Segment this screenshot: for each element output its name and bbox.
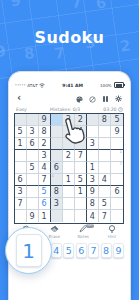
toolbar-hint-label: Hint (108, 234, 116, 239)
numpad-4-button[interactable]: 4 (51, 243, 62, 258)
mistakes-label: Mistakes: 0/3 (50, 107, 80, 112)
numpad-7-button[interactable]: 7 (88, 243, 99, 258)
cell-r6c7[interactable]: 3 (87, 174, 99, 186)
numpad-9-button[interactable]: 9 (113, 243, 124, 258)
cell-r8c3[interactable]: 6 (39, 198, 51, 210)
cell-r9c1[interactable] (15, 210, 27, 222)
toolbar-notes-button[interactable]: NotesOFF (71, 225, 95, 239)
cell-r4c1[interactable] (15, 150, 27, 162)
pencil-note: 1 (120, 151, 122, 154)
cell-r7c9[interactable]: 6 (111, 186, 123, 198)
cell-r2c9[interactable]: 9 (111, 126, 123, 138)
cell-r5c3[interactable]: 4 (39, 162, 51, 174)
cell-r4c3[interactable]: 3 (39, 150, 51, 162)
cell-r5c4[interactable]: 6 (51, 162, 63, 174)
cell-r5c6[interactable] (75, 162, 87, 174)
cell-r8c6[interactable] (75, 198, 87, 210)
toolbar-hint-button[interactable]: Hint (100, 225, 124, 239)
settings-gear-icon[interactable] (115, 96, 122, 103)
pattern-digit: 7 (70, 0, 83, 12)
timer-value: 03:20 (103, 107, 116, 112)
pencil-note: 7 (120, 163, 122, 166)
cell-r5c2[interactable]: 5 (27, 162, 39, 174)
cell-r5c7[interactable]: 1 (87, 162, 99, 174)
cell-r4c8[interactable] (99, 150, 111, 162)
battery-percent: 100% (100, 83, 111, 88)
cell-r3c7[interactable]: 3 (87, 138, 99, 150)
cell-r5c5[interactable] (63, 162, 75, 174)
back-button[interactable]: ‹ (17, 93, 21, 103)
numpad-5-button[interactable]: 5 (63, 243, 74, 258)
cell-r8c9[interactable] (111, 198, 123, 210)
difficulty-label: Easy (16, 107, 27, 112)
cell-r1c3[interactable]: 9 (39, 114, 51, 126)
cell-r6c3[interactable]: 7 (39, 174, 51, 186)
cell-r9c2[interactable]: 9 (27, 210, 39, 222)
cell-r1c7[interactable] (87, 114, 99, 126)
cell-r7c2[interactable] (27, 186, 39, 198)
cell-r5c8[interactable] (99, 162, 111, 174)
cell-r7c5[interactable] (63, 186, 75, 198)
pattern-digit: 6 (94, 0, 107, 13)
toolbar-erase-label: Erase (49, 234, 60, 239)
cell-r9c8[interactable]: 7 (99, 210, 111, 222)
cell-r7c8[interactable] (99, 186, 111, 198)
cell-r2c8[interactable] (99, 126, 111, 138)
cell-r4c2[interactable] (27, 150, 39, 162)
cell-r9c4[interactable] (51, 210, 63, 222)
cell-r8c1[interactable]: 7 (15, 198, 27, 210)
cell-r7c6[interactable]: 1 (75, 186, 87, 198)
cell-r9c3[interactable]: 1 (39, 210, 51, 222)
cell-r1c8[interactable]: 8 (99, 114, 111, 126)
cell-r4c7[interactable] (87, 150, 99, 162)
cell-r8c2[interactable] (27, 198, 39, 210)
cell-r9c5[interactable] (63, 210, 75, 222)
pencil-note: 1 (52, 175, 54, 178)
pattern-digit: 9 (9, 0, 22, 11)
cell-r6c6[interactable]: 5 (75, 174, 87, 186)
cell-r3c9[interactable] (111, 138, 123, 150)
game-info-row: Easy Mistakes: 0/3 03:20 (16, 106, 123, 113)
cell-r8c7[interactable]: 8 (87, 198, 99, 210)
cell-r6c4[interactable]: 1 (51, 174, 63, 186)
palette-icon[interactable] (76, 96, 83, 103)
cell-r6c5[interactable]: 1 (63, 174, 75, 186)
cell-r8c5[interactable] (63, 198, 75, 210)
carrier-label: AT&T (27, 83, 37, 88)
cell-r9c7[interactable]: 4 (87, 210, 99, 222)
cell-r6c1[interactable]: 6 (15, 174, 27, 186)
cell-r5c1[interactable] (15, 162, 27, 174)
cell-r3c2[interactable]: 6 (27, 138, 39, 150)
numpad-6-button[interactable]: 6 (76, 243, 87, 258)
cell-r5c9[interactable]: 7 (111, 162, 123, 174)
cell-r4c6[interactable]: 7 (75, 150, 87, 162)
cell-r4c4[interactable] (51, 150, 63, 162)
cell-r1c2[interactable] (27, 114, 39, 126)
cell-r2c3[interactable]: 8 (39, 126, 51, 138)
cell-r7c7[interactable]: 9 (87, 186, 99, 198)
clock-icon (118, 107, 123, 112)
cell-r7c3[interactable]: 5 (39, 186, 51, 198)
hint-icon (108, 225, 116, 233)
cell-r2c7[interactable] (87, 126, 99, 138)
app-title: Sudoku (0, 28, 139, 47)
clock-time: 9:41 AM (62, 83, 83, 88)
magnifier-digit: 1 (22, 239, 35, 263)
cell-r4c9[interactable]: 1 (111, 150, 123, 162)
numpad-8-button[interactable]: 8 (101, 243, 112, 258)
cell-r9c9[interactable] (111, 210, 123, 222)
toolbar-notes-label: Notes (77, 234, 89, 239)
cell-r8c8[interactable]: 5 (99, 198, 111, 210)
battery-icon (114, 82, 124, 88)
cell-r7c4[interactable]: 8 (51, 186, 63, 198)
signal-dots-icon: ••••• (15, 83, 26, 87)
pause-icon[interactable] (102, 96, 109, 103)
cell-r3c1[interactable]: 1 (15, 138, 27, 150)
cell-r2c2[interactable]: 3 (27, 126, 39, 138)
status-bar: ••••• AT&T 9:41 AM 100% (15, 81, 124, 89)
cell-r2c1[interactable]: 5 (15, 126, 27, 138)
no-ads-icon[interactable] (89, 96, 96, 103)
cell-r9c6[interactable] (75, 210, 87, 222)
numpad-1-zoomed-button[interactable]: 1 (16, 234, 42, 267)
cell-r1c9[interactable]: 5 (111, 114, 123, 126)
cell-r1c1[interactable] (15, 114, 27, 126)
wifi-icon (39, 83, 45, 88)
nav-bar: ‹ (17, 93, 122, 105)
cell-r6c8[interactable]: 4 (99, 174, 111, 186)
magnifier-circle: 1 (5, 227, 52, 274)
cell-r8c4[interactable]: 3 (51, 198, 63, 210)
cell-r6c9[interactable] (111, 174, 123, 186)
cell-r3c8[interactable] (99, 138, 111, 150)
cell-r7c1[interactable]: 3 (15, 186, 27, 198)
erase-icon (50, 225, 59, 233)
cell-r4c5[interactable]: 2 (63, 150, 75, 162)
notes-off-badge: OFF (86, 224, 94, 228)
cell-r3c3[interactable]: 2 (39, 138, 51, 150)
cell-r6c2[interactable] (27, 174, 39, 186)
